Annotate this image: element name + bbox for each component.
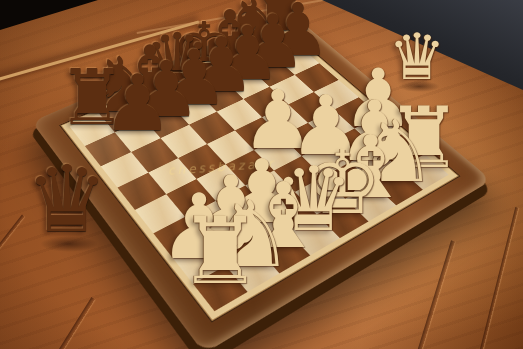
photo-scene: chessbazaar ♜♞♝♛♚♝♞♜♟♟♟♟♟♟♟♜♞♝♛♚♝♞♜♟♟♟♟♟… (0, 0, 523, 349)
table-plank-seam (0, 215, 24, 288)
board-inlay-border (60, 27, 459, 321)
table-plank-seam (477, 207, 519, 349)
table-plank-seam (49, 297, 95, 349)
chess-board (32, 11, 492, 349)
piece-shadow (398, 81, 440, 92)
board-frame (32, 11, 492, 349)
board-grid (70, 32, 449, 311)
piece-shadow (40, 236, 98, 252)
background-shadow-corner (0, 0, 98, 30)
table-plank-seam (413, 240, 455, 349)
